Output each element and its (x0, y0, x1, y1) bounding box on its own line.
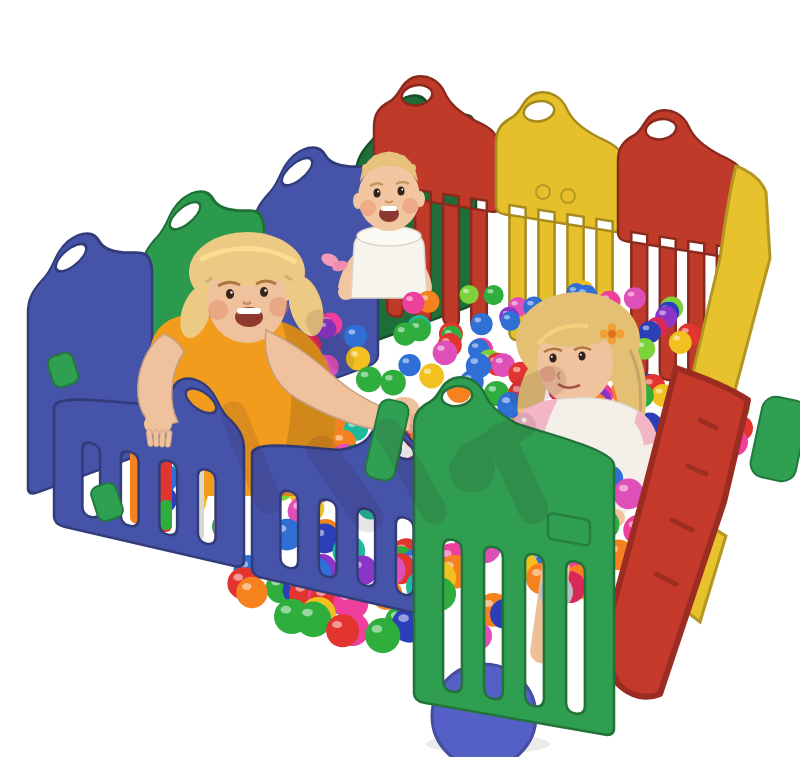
screenshot-root (0, 0, 800, 757)
playpen-product-photo (0, 0, 800, 757)
green-corner-connector (748, 394, 800, 484)
product-photo-canvas (0, 0, 800, 757)
